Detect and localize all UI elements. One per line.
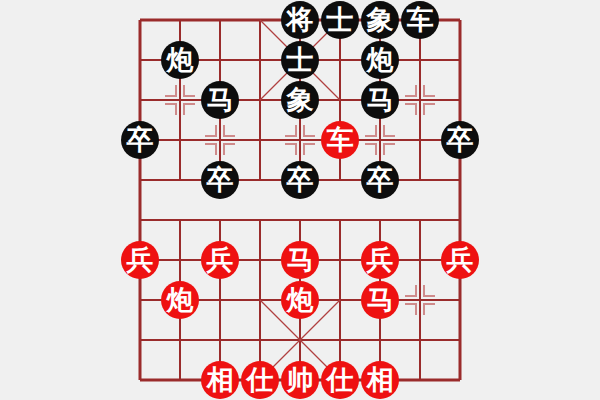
piece-black-soldier[interactable]: 卒 — [121, 121, 159, 159]
piece-red-horse[interactable]: 马 — [361, 281, 399, 319]
piece-red-chariot[interactable]: 车 — [321, 121, 359, 159]
piece-black-soldier[interactable]: 卒 — [441, 121, 479, 159]
piece-red-general[interactable]: 帅 — [281, 361, 319, 399]
piece-red-soldier[interactable]: 兵 — [121, 241, 159, 279]
piece-layer: 将士象车炮士炮马象马卒车卒卒卒卒兵兵马兵兵炮炮马相仕帅仕相 — [140, 20, 460, 380]
piece-black-advisor[interactable]: 士 — [321, 1, 359, 39]
xiangqi-board: 将士象车炮士炮马象马卒车卒卒卒卒兵兵马兵兵炮炮马相仕帅仕相 — [0, 0, 600, 400]
piece-black-horse[interactable]: 马 — [361, 81, 399, 119]
piece-red-horse[interactable]: 马 — [281, 241, 319, 279]
piece-black-soldier[interactable]: 卒 — [201, 161, 239, 199]
piece-red-cannon[interactable]: 炮 — [281, 281, 319, 319]
piece-red-elephant[interactable]: 相 — [201, 361, 239, 399]
piece-black-horse[interactable]: 马 — [201, 81, 239, 119]
piece-black-elephant[interactable]: 象 — [361, 1, 399, 39]
piece-black-elephant[interactable]: 象 — [281, 81, 319, 119]
piece-red-advisor[interactable]: 仕 — [321, 361, 359, 399]
piece-red-elephant[interactable]: 相 — [361, 361, 399, 399]
piece-red-soldier[interactable]: 兵 — [441, 241, 479, 279]
piece-red-soldier[interactable]: 兵 — [361, 241, 399, 279]
piece-black-general[interactable]: 将 — [281, 1, 319, 39]
piece-black-soldier[interactable]: 卒 — [281, 161, 319, 199]
piece-red-cannon[interactable]: 炮 — [161, 281, 199, 319]
piece-red-advisor[interactable]: 仕 — [241, 361, 279, 399]
piece-black-soldier[interactable]: 卒 — [361, 161, 399, 199]
piece-black-chariot[interactable]: 车 — [401, 1, 439, 39]
piece-black-cannon[interactable]: 炮 — [361, 41, 399, 79]
piece-red-soldier[interactable]: 兵 — [201, 241, 239, 279]
piece-black-advisor[interactable]: 士 — [281, 41, 319, 79]
piece-black-cannon[interactable]: 炮 — [161, 41, 199, 79]
